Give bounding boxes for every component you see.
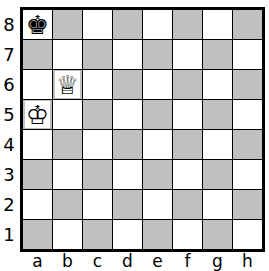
square-d6[interactable] [113,70,142,99]
file-label-d: d [113,252,142,271]
square-d8[interactable] [113,10,142,39]
square-f7[interactable] [173,40,202,69]
square-e6[interactable] [143,70,172,99]
square-f5[interactable] [173,100,202,129]
square-c3[interactable] [83,160,112,189]
square-b2[interactable] [53,190,82,219]
square-c4[interactable] [83,130,112,159]
square-g6[interactable] [203,70,232,99]
white-queen-piece[interactable]: ♕ [55,71,80,98]
square-a6[interactable] [23,70,52,99]
file-label-f: f [173,252,202,271]
square-e8[interactable] [143,10,172,39]
square-e7[interactable] [143,40,172,69]
square-h3[interactable] [233,160,262,189]
square-a2[interactable] [23,190,52,219]
file-label-a: a [23,252,52,271]
square-g1[interactable] [203,220,232,249]
square-b1[interactable] [53,220,82,249]
square-b4[interactable] [53,130,82,159]
square-c8[interactable] [83,10,112,39]
square-g3[interactable] [203,160,232,189]
square-b8[interactable] [53,10,82,39]
file-label-c: c [83,252,112,271]
square-c2[interactable] [83,190,112,219]
square-a7[interactable] [23,40,52,69]
rank-label-8: 8 [0,10,18,39]
square-g5[interactable] [203,100,232,129]
rank-label-5: 5 [0,100,18,129]
chess-diagram: ♚♕♔ 87654321 abcdefgh [0,0,269,271]
rank-label-2: 2 [0,190,18,219]
square-e4[interactable] [143,130,172,159]
square-b5[interactable] [53,100,82,129]
rank-label-7: 7 [0,40,18,69]
square-h2[interactable] [233,190,262,219]
square-a4[interactable] [23,130,52,159]
square-e5[interactable] [143,100,172,129]
square-g4[interactable] [203,130,232,159]
black-king-piece[interactable]: ♚ [25,11,50,38]
file-label-b: b [53,252,82,271]
square-c6[interactable] [83,70,112,99]
square-h5[interactable] [233,100,262,129]
rank-label-4: 4 [0,130,18,159]
square-c7[interactable] [83,40,112,69]
square-f2[interactable] [173,190,202,219]
square-a3[interactable] [23,160,52,189]
square-g8[interactable] [203,10,232,39]
square-b7[interactable] [53,40,82,69]
square-h8[interactable] [233,10,262,39]
square-d7[interactable] [113,40,142,69]
square-h4[interactable] [233,130,262,159]
square-b3[interactable] [53,160,82,189]
file-label-h: h [233,252,262,271]
square-e1[interactable] [143,220,172,249]
square-a5[interactable]: ♔ [23,100,52,129]
square-b6[interactable]: ♕ [53,70,82,99]
square-f6[interactable] [173,70,202,99]
rank-label-3: 3 [0,160,18,189]
square-d5[interactable] [113,100,142,129]
square-d1[interactable] [113,220,142,249]
square-a1[interactable] [23,220,52,249]
file-label-g: g [203,252,232,271]
square-g2[interactable] [203,190,232,219]
white-king-piece[interactable]: ♔ [25,101,50,128]
square-f3[interactable] [173,160,202,189]
square-h1[interactable] [233,220,262,249]
square-c5[interactable] [83,100,112,129]
square-d4[interactable] [113,130,142,159]
rank-label-6: 6 [0,70,18,99]
square-d2[interactable] [113,190,142,219]
square-e3[interactable] [143,160,172,189]
square-a8[interactable]: ♚ [23,10,52,39]
chess-board: ♚♕♔ [20,7,265,252]
square-d3[interactable] [113,160,142,189]
square-f1[interactable] [173,220,202,249]
square-c1[interactable] [83,220,112,249]
square-e2[interactable] [143,190,172,219]
square-h6[interactable] [233,70,262,99]
rank-label-1: 1 [0,220,18,249]
file-label-e: e [143,252,172,271]
square-h7[interactable] [233,40,262,69]
square-f8[interactable] [173,10,202,39]
square-f4[interactable] [173,130,202,159]
square-g7[interactable] [203,40,232,69]
